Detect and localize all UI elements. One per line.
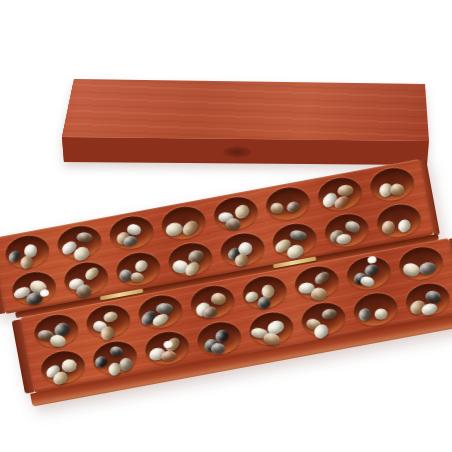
stone-slate (156, 302, 173, 313)
stone-rust (160, 351, 176, 362)
stone-slate (210, 341, 225, 354)
pit-r2c1[interactable] (9, 269, 58, 308)
pit-r2c4[interactable] (165, 240, 214, 279)
stone-tan (130, 271, 145, 284)
pit-r4c6[interactable] (298, 299, 347, 338)
pit-r3c2[interactable] (83, 302, 132, 341)
stone-tan (180, 218, 201, 238)
pit-r1c8[interactable] (367, 165, 416, 204)
pit-r1c7[interactable] (315, 174, 364, 213)
product-photo-canvas (0, 0, 452, 452)
pit-r4c5[interactable] (246, 309, 295, 348)
stone-tan (336, 184, 353, 196)
stone-charcoal (257, 296, 271, 309)
pit-r4c8[interactable] (403, 280, 452, 319)
stone-brown (312, 269, 331, 286)
stone-charcoal (109, 345, 124, 358)
stone-sand (102, 311, 118, 323)
pit-r3c1[interactable] (31, 311, 80, 350)
stone-slate (122, 235, 138, 247)
pit-r4c7[interactable] (351, 290, 400, 329)
pit-r2c3[interactable] (113, 249, 162, 288)
stone-sand (83, 265, 101, 282)
pit-r1c4[interactable] (159, 203, 208, 242)
stone-tan (381, 220, 395, 234)
stone-charcoal (423, 289, 442, 305)
stone-slate (356, 306, 373, 323)
stone-tan (389, 183, 404, 197)
stone-cream (336, 233, 352, 245)
pit-r4c1[interactable] (38, 348, 87, 387)
pit-r1c2[interactable] (54, 223, 103, 262)
stone-ivory (396, 217, 413, 234)
stone-brown (321, 308, 337, 320)
pit-r1c5[interactable] (211, 194, 260, 233)
pit-r3c6[interactable] (292, 263, 341, 302)
pit-r2c2[interactable] (61, 259, 110, 298)
stone-brown (76, 232, 93, 243)
pit-r1c1[interactable] (2, 232, 51, 271)
pit-r2c8[interactable] (374, 201, 423, 240)
pit-r4c3[interactable] (142, 328, 191, 367)
stone-cream (374, 308, 388, 320)
stone-cream (61, 358, 77, 372)
pit-r1c6[interactable] (263, 184, 312, 223)
stone-brown (285, 200, 300, 213)
pit-r2c5[interactable] (217, 230, 266, 269)
box-lid-thumb-notch (222, 146, 252, 158)
pit-r3c4[interactable] (187, 282, 236, 321)
mancala-board (0, 156, 452, 395)
pit-r4c4[interactable] (194, 319, 243, 358)
stone-cream (165, 221, 184, 237)
stone-slate (418, 261, 437, 275)
stone-ivory (359, 275, 375, 289)
pit-r2c6[interactable] (270, 220, 319, 259)
pit-r3c3[interactable] (135, 292, 184, 331)
pit-r1c3[interactable] (106, 213, 155, 252)
pit-r3c8[interactable] (396, 244, 445, 283)
stone-slate (289, 229, 307, 242)
stone-tan (269, 201, 284, 215)
stone-brown (76, 284, 92, 298)
stone-cream (133, 258, 149, 273)
stone-tan (310, 286, 327, 301)
stone-taupe (344, 219, 362, 235)
pit-r4c2[interactable] (90, 338, 139, 377)
stone-tan (210, 292, 227, 307)
pit-r3c5[interactable] (240, 273, 289, 312)
pit-r2c7[interactable] (322, 211, 371, 250)
stone-black (93, 354, 109, 369)
